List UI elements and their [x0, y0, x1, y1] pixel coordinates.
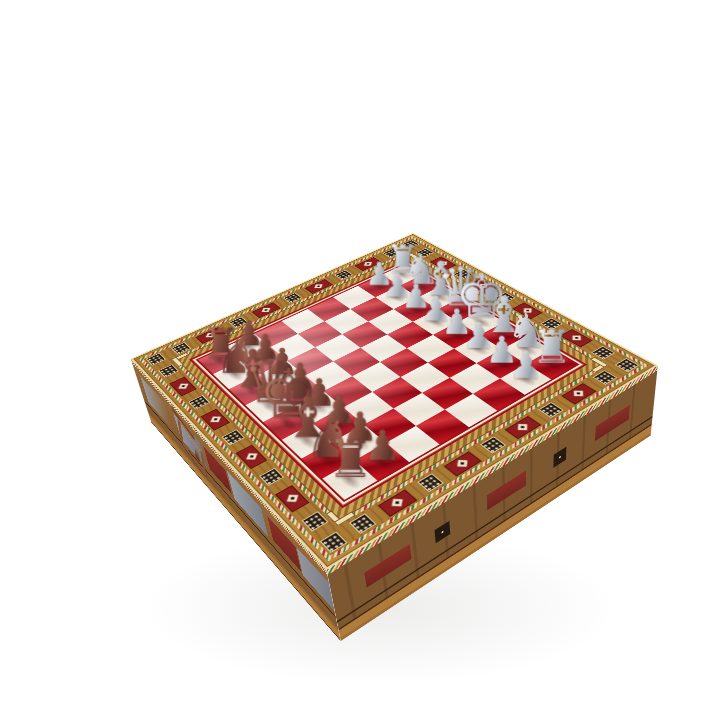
mosaic-star-tile: [453, 269, 473, 279]
mosaic-star-tile: [158, 364, 179, 377]
product-photo: ♜♞♟♝♟♛♟♚♟♝♟♞♟♟♜♟♟♜♟♟♞♟♝♟♛♟♚♟♝♟♞♜: [0, 0, 720, 720]
mosaic-star-tile: [494, 292, 515, 303]
mosaic-star-tile: [415, 248, 434, 258]
